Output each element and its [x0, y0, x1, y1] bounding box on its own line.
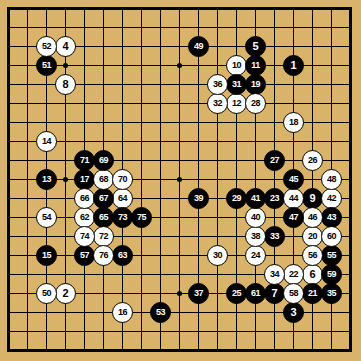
stone-black-61: 61	[245, 283, 266, 304]
stone-white-50: 50	[36, 283, 57, 304]
stone-black-63: 63	[112, 245, 133, 266]
stone-white-22: 22	[283, 264, 304, 285]
star-point	[63, 177, 68, 182]
star-point	[63, 63, 68, 68]
stone-white-72: 72	[93, 226, 114, 247]
stone-white-12: 12	[226, 93, 247, 114]
stone-white-18: 18	[283, 112, 304, 133]
stone-white-10: 10	[226, 55, 247, 76]
stone-black-11: 11	[245, 55, 266, 76]
stone-black-55: 55	[321, 245, 342, 266]
stone-black-65: 65	[93, 207, 114, 228]
stone-white-66: 66	[74, 188, 95, 209]
stone-black-75: 75	[131, 207, 152, 228]
stone-white-70: 70	[112, 169, 133, 190]
stone-white-56: 56	[302, 245, 323, 266]
stone-white-36: 36	[207, 74, 228, 95]
stone-black-33: 33	[264, 226, 285, 247]
stone-black-5: 5	[245, 36, 266, 57]
stone-black-41: 41	[245, 188, 266, 209]
stone-white-14: 14	[36, 131, 57, 152]
stone-white-4: 4	[55, 36, 76, 57]
stone-white-28: 28	[245, 93, 266, 114]
stone-black-21: 21	[302, 283, 323, 304]
stone-black-67: 67	[93, 188, 114, 209]
stone-black-9: 9	[302, 188, 323, 209]
stone-white-58: 58	[283, 283, 304, 304]
stone-white-20: 20	[302, 226, 323, 247]
stone-white-46: 46	[302, 207, 323, 228]
stone-black-37: 37	[188, 283, 209, 304]
stone-black-47: 47	[283, 207, 304, 228]
stone-black-1: 1	[283, 55, 304, 76]
stone-white-52: 52	[36, 36, 57, 57]
stone-black-19: 19	[245, 74, 266, 95]
stone-white-74: 74	[74, 226, 95, 247]
stone-black-69: 69	[93, 150, 114, 171]
stone-white-34: 34	[264, 264, 285, 285]
stone-black-29: 29	[226, 188, 247, 209]
stone-white-32: 32	[207, 93, 228, 114]
stone-black-71: 71	[74, 150, 95, 171]
stone-white-68: 68	[93, 169, 114, 190]
star-point	[177, 177, 182, 182]
stone-black-27: 27	[264, 150, 285, 171]
stone-black-35: 35	[321, 283, 342, 304]
stone-white-76: 76	[93, 245, 114, 266]
stone-white-24: 24	[245, 245, 266, 266]
stone-white-30: 30	[207, 245, 228, 266]
stone-white-54: 54	[36, 207, 57, 228]
stone-black-13: 13	[36, 169, 57, 190]
stone-black-43: 43	[321, 207, 342, 228]
stone-white-16: 16	[112, 302, 133, 323]
stone-white-60: 60	[321, 226, 342, 247]
stone-white-38: 38	[245, 226, 266, 247]
stone-black-73: 73	[112, 207, 133, 228]
stone-white-42: 42	[321, 188, 342, 209]
stone-black-39: 39	[188, 188, 209, 209]
stone-black-59: 59	[321, 264, 342, 285]
stone-white-2: 2	[55, 283, 76, 304]
stone-white-26: 26	[302, 150, 323, 171]
stone-black-15: 15	[36, 245, 57, 266]
stone-white-44: 44	[283, 188, 304, 209]
stone-black-51: 51	[36, 55, 57, 76]
stone-black-45: 45	[283, 169, 304, 190]
stone-black-53: 53	[150, 302, 171, 323]
go-kifu-diagram: 1234567891011121314151617181920212223242…	[0, 0, 361, 361]
go-board[interactable]: 1234567891011121314151617181920212223242…	[0, 0, 361, 361]
stone-black-57: 57	[74, 245, 95, 266]
stone-white-6: 6	[302, 264, 323, 285]
star-point	[177, 291, 182, 296]
stone-black-17: 17	[74, 169, 95, 190]
star-point	[177, 63, 182, 68]
stone-white-48: 48	[321, 169, 342, 190]
stone-black-49: 49	[188, 36, 209, 57]
stone-black-3: 3	[283, 302, 304, 323]
stone-white-40: 40	[245, 207, 266, 228]
stone-white-64: 64	[112, 188, 133, 209]
stone-black-7: 7	[264, 283, 285, 304]
stone-white-8: 8	[55, 74, 76, 95]
stone-black-31: 31	[226, 74, 247, 95]
stone-black-25: 25	[226, 283, 247, 304]
stone-white-62: 62	[74, 207, 95, 228]
stone-black-23: 23	[264, 188, 285, 209]
